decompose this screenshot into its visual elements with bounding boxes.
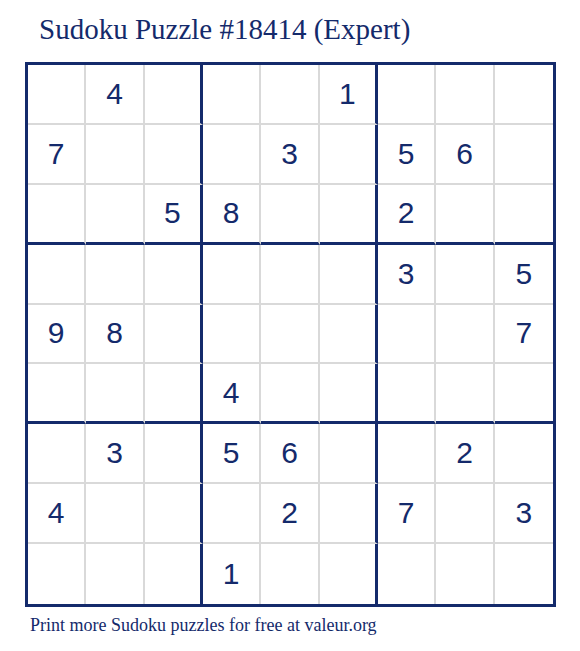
- cell-r6c5[interactable]: [261, 364, 319, 424]
- cell-r7c7[interactable]: [378, 424, 436, 484]
- cell-r5c2[interactable]: 8: [86, 305, 144, 365]
- cell-r4c8[interactable]: [436, 245, 494, 305]
- cell-r2c4[interactable]: [203, 125, 261, 185]
- cell-r6c7[interactable]: [378, 364, 436, 424]
- cell-r2c1[interactable]: 7: [28, 125, 86, 185]
- cell-r7c5[interactable]: 6: [261, 424, 319, 484]
- cell-r7c6[interactable]: [320, 424, 378, 484]
- cell-r7c9[interactable]: [495, 424, 553, 484]
- cell-r3c4[interactable]: 8: [203, 185, 261, 245]
- cell-r2c9[interactable]: [495, 125, 553, 185]
- cell-r6c2[interactable]: [86, 364, 144, 424]
- cell-r5c8[interactable]: [436, 305, 494, 365]
- cell-r3c6[interactable]: [320, 185, 378, 245]
- cell-r4c9[interactable]: 5: [495, 245, 553, 305]
- cell-r8c4[interactable]: [203, 484, 261, 544]
- cell-r4c1[interactable]: [28, 245, 86, 305]
- cell-r8c1[interactable]: 4: [28, 484, 86, 544]
- cell-r4c7[interactable]: 3: [378, 245, 436, 305]
- cell-r9c6[interactable]: [320, 544, 378, 604]
- cell-r9c9[interactable]: [495, 544, 553, 604]
- cell-r3c9[interactable]: [495, 185, 553, 245]
- cell-r2c2[interactable]: [86, 125, 144, 185]
- cell-r8c2[interactable]: [86, 484, 144, 544]
- cell-r6c4[interactable]: 4: [203, 364, 261, 424]
- cell-r1c4[interactable]: [203, 65, 261, 125]
- cell-r6c9[interactable]: [495, 364, 553, 424]
- cell-r3c5[interactable]: [261, 185, 319, 245]
- cell-r3c7[interactable]: 2: [378, 185, 436, 245]
- cell-r5c4[interactable]: [203, 305, 261, 365]
- cell-r4c4[interactable]: [203, 245, 261, 305]
- cell-r3c1[interactable]: [28, 185, 86, 245]
- cell-r8c8[interactable]: [436, 484, 494, 544]
- cell-r3c8[interactable]: [436, 185, 494, 245]
- cell-r2c7[interactable]: 5: [378, 125, 436, 185]
- cell-r1c5[interactable]: [261, 65, 319, 125]
- page-title: Sudoku Puzzle #18414 (Expert): [39, 13, 410, 46]
- cell-r5c7[interactable]: [378, 305, 436, 365]
- footer-text: Print more Sudoku puzzles for free at va…: [30, 615, 377, 636]
- cell-r3c3[interactable]: 5: [145, 185, 203, 245]
- cell-r7c2[interactable]: 3: [86, 424, 144, 484]
- cell-r4c5[interactable]: [261, 245, 319, 305]
- cell-r5c1[interactable]: 9: [28, 305, 86, 365]
- cell-r9c7[interactable]: [378, 544, 436, 604]
- cell-r7c4[interactable]: 5: [203, 424, 261, 484]
- cell-r7c1[interactable]: [28, 424, 86, 484]
- cell-r1c3[interactable]: [145, 65, 203, 125]
- cell-r9c1[interactable]: [28, 544, 86, 604]
- cell-r8c5[interactable]: 2: [261, 484, 319, 544]
- cell-r5c5[interactable]: [261, 305, 319, 365]
- cell-r8c9[interactable]: 3: [495, 484, 553, 544]
- cell-r8c6[interactable]: [320, 484, 378, 544]
- cell-r9c8[interactable]: [436, 544, 494, 604]
- cell-r9c3[interactable]: [145, 544, 203, 604]
- cell-r7c8[interactable]: 2: [436, 424, 494, 484]
- cell-r9c5[interactable]: [261, 544, 319, 604]
- cell-r1c8[interactable]: [436, 65, 494, 125]
- cell-r3c2[interactable]: [86, 185, 144, 245]
- cell-r6c6[interactable]: [320, 364, 378, 424]
- cell-r9c2[interactable]: [86, 544, 144, 604]
- cell-r5c6[interactable]: [320, 305, 378, 365]
- cell-r4c6[interactable]: [320, 245, 378, 305]
- cell-r4c2[interactable]: [86, 245, 144, 305]
- cell-r5c3[interactable]: [145, 305, 203, 365]
- cell-r1c9[interactable]: [495, 65, 553, 125]
- cell-r9c4[interactable]: 1: [203, 544, 261, 604]
- cell-r5c9[interactable]: 7: [495, 305, 553, 365]
- cell-r6c1[interactable]: [28, 364, 86, 424]
- cell-r1c2[interactable]: 4: [86, 65, 144, 125]
- cell-r2c5[interactable]: 3: [261, 125, 319, 185]
- cell-r8c3[interactable]: [145, 484, 203, 544]
- cell-r1c6[interactable]: 1: [320, 65, 378, 125]
- cell-r6c8[interactable]: [436, 364, 494, 424]
- cell-r7c3[interactable]: [145, 424, 203, 484]
- cell-r2c3[interactable]: [145, 125, 203, 185]
- cell-r4c3[interactable]: [145, 245, 203, 305]
- cell-r1c1[interactable]: [28, 65, 86, 125]
- cell-r2c6[interactable]: [320, 125, 378, 185]
- sudoku-grid: 417356582359874356242731: [25, 62, 556, 607]
- cell-r8c7[interactable]: 7: [378, 484, 436, 544]
- cell-r2c8[interactable]: 6: [436, 125, 494, 185]
- cell-r6c3[interactable]: [145, 364, 203, 424]
- cell-r1c7[interactable]: [378, 65, 436, 125]
